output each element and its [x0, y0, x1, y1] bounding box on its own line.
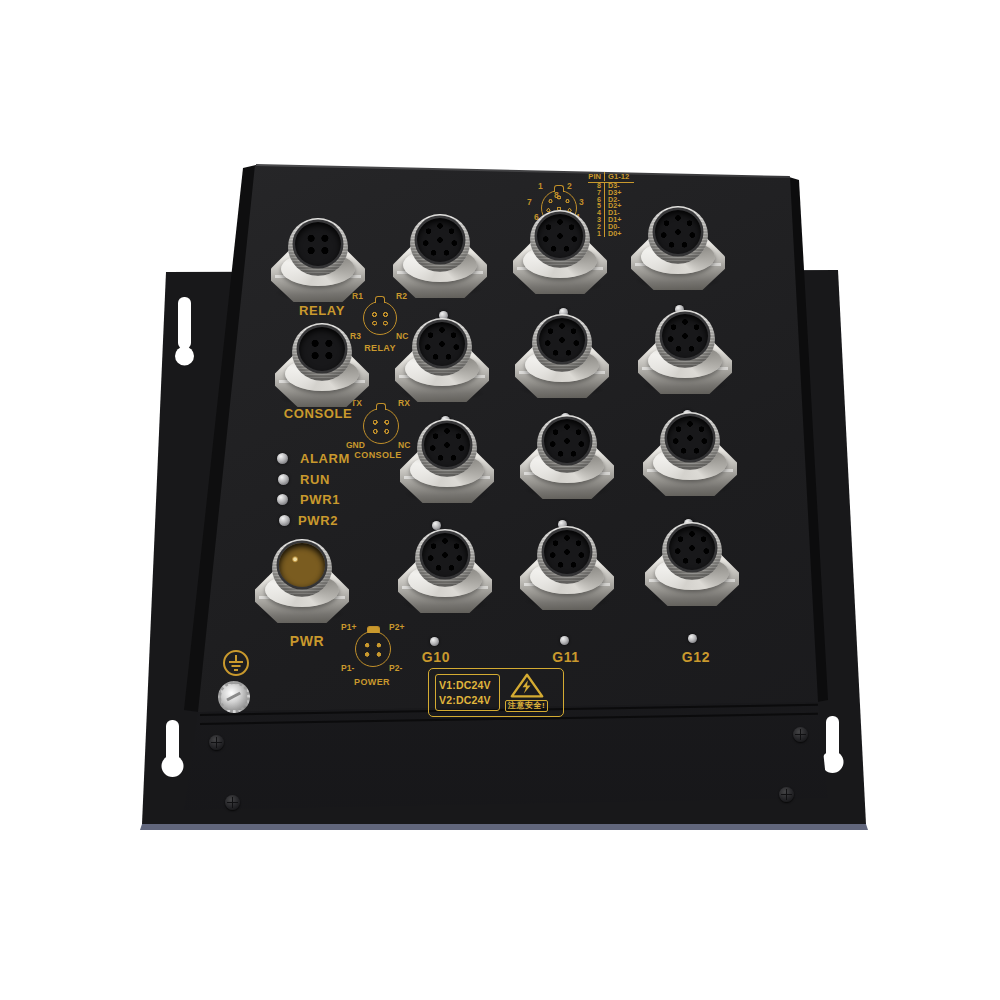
power-diagram-title: POWER — [354, 677, 390, 687]
ground-icon — [222, 649, 250, 677]
run-led — [278, 474, 289, 485]
pwr-label: PWR — [290, 633, 324, 649]
warning-text: 注意安全! — [505, 700, 548, 712]
power-pin-p2p: P2+ — [389, 622, 404, 632]
plate-bottom-edge — [140, 824, 868, 830]
power-pin-p1m: P1- — [341, 663, 354, 673]
port-g6-connector — [638, 304, 732, 394]
port-g2-connector — [513, 204, 607, 294]
voltage-v1: V1:DC24V — [439, 678, 499, 693]
console-pinout-diagram — [363, 408, 399, 444]
pin-signal: D0+ — [604, 231, 634, 238]
pwr2-led — [279, 515, 290, 526]
pwr1-led-label: PWR1 — [300, 492, 340, 507]
port-g11-connector — [520, 520, 614, 610]
port-relay-connector — [271, 212, 365, 302]
product-photo-industrial-m12-switch: PIN G1-12 8D3- 7D3+ 6D2- 5D2+ 4D1- 3D1+ … — [0, 0, 1000, 1000]
alarm-led — [277, 453, 288, 464]
console-label: CONSOLE — [284, 406, 352, 421]
power-pinout-diagram — [355, 631, 391, 667]
chassis-screw — [225, 795, 240, 810]
port-g3-connector — [631, 200, 725, 290]
console-diagram-title: CONSOLE — [354, 450, 401, 460]
led-g11 — [560, 636, 569, 645]
port-g4-connector — [395, 312, 489, 402]
port-console-connector — [275, 317, 369, 407]
voltage-values: V1:DC24V V2:DC24V — [435, 674, 500, 711]
pin-table-header-range: G1-12 — [604, 172, 634, 181]
chassis-screw — [793, 727, 808, 742]
port-g10-connector — [398, 523, 492, 613]
relay-label: RELAY — [299, 303, 345, 318]
port-label-g12: G12 — [682, 649, 710, 665]
port-g7-connector — [400, 413, 494, 503]
chassis-screw — [209, 735, 224, 750]
pin-table-header-pin: PIN — [588, 172, 601, 181]
voltage-warning-box: V1:DC24V V2:DC24V 注意安全! — [428, 668, 564, 717]
port-pwr-connector — [255, 533, 349, 623]
port-label-g11: G11 — [552, 649, 580, 665]
port-g9-connector — [643, 406, 737, 496]
alarm-led-label: ALARM — [300, 451, 350, 466]
run-led-label: RUN — [300, 472, 330, 487]
port-g1-connector — [393, 208, 487, 298]
port-g12-connector — [645, 516, 739, 606]
pwr2-led-label: PWR2 — [298, 513, 338, 528]
pin-diagram-number: 8 — [554, 190, 559, 200]
pin-diagram-number: 2 — [567, 181, 572, 191]
led-g10 — [430, 637, 439, 646]
console-pin-gnd: GND — [346, 440, 365, 450]
warning-triangle-icon — [509, 673, 545, 699]
port-g5-connector — [515, 308, 609, 398]
port-label-g10: G10 — [422, 649, 450, 665]
ground-screw — [218, 681, 250, 713]
led-g12 — [688, 634, 697, 643]
voltage-v2: V2:DC24V — [439, 693, 499, 708]
chassis-screw — [779, 787, 794, 802]
port-g8-connector — [520, 409, 614, 499]
pin-diagram-number: 1 — [538, 181, 543, 191]
power-pin-p2m: P2- — [389, 663, 402, 673]
power-pin-p1p: P1+ — [341, 622, 356, 632]
pwr1-led — [277, 494, 288, 505]
